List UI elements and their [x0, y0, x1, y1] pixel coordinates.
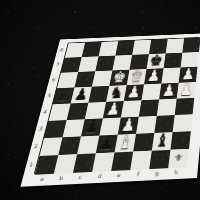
- brand-text: © CHESS: [199, 49, 200, 72]
- file-label-f: f: [127, 168, 148, 181]
- square-g1[interactable]: [149, 150, 170, 169]
- file-label-g: g: [147, 167, 168, 180]
- square-g5[interactable]: ♟: [159, 83, 179, 100]
- file-label-h: h: [166, 166, 186, 179]
- chess-board: 87654321 ♚♚♛♟♟♛♟♞♟♟♟♟♟♟♟♝♝⚜ abcdefgh © C…: [20, 33, 200, 187]
- square-g2[interactable]: ♝: [152, 132, 173, 151]
- square-g4[interactable]: [157, 99, 177, 116]
- table-surface: 87654321 ♚♚♛♟♟♛♟♞♟♟♟♟♟♟♟♝♝⚜ abcdefgh © C…: [0, 0, 200, 200]
- file-label-e: e: [108, 169, 129, 182]
- square-g8[interactable]: [166, 38, 184, 53]
- file-label-d: d: [89, 170, 111, 183]
- square-g7[interactable]: [164, 53, 183, 69]
